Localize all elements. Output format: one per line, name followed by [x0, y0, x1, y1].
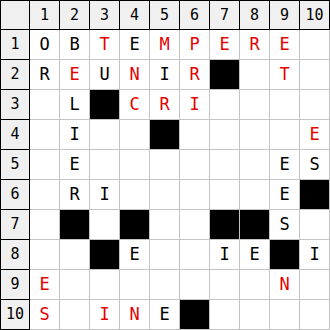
block-cell-r7c2: [60, 210, 90, 240]
cell-r1c4[interactable]: E: [120, 30, 150, 60]
col-header-8: 8: [240, 0, 270, 30]
cell-r2c2[interactable]: E: [60, 60, 90, 90]
cell-r3c5[interactable]: R: [150, 90, 180, 120]
row-header-4: 4: [0, 120, 30, 150]
cell-r4c3[interactable]: [90, 120, 120, 150]
cell-r6c5[interactable]: [150, 180, 180, 210]
row-header-3: 3: [0, 90, 30, 120]
cell-r8c1[interactable]: [30, 240, 60, 270]
row-header-9: 9: [0, 270, 30, 300]
cell-r8c6[interactable]: [180, 240, 210, 270]
cell-r9c10[interactable]: [300, 270, 330, 300]
col-header-2: 2: [60, 0, 90, 30]
cell-r5c2[interactable]: E: [60, 150, 90, 180]
cell-r5c4[interactable]: [120, 150, 150, 180]
cell-r6c3[interactable]: I: [90, 180, 120, 210]
corner-cell: [0, 0, 30, 30]
cell-r5c5[interactable]: [150, 150, 180, 180]
row-header-6: 6: [0, 180, 30, 210]
row-header-10: 10: [0, 300, 30, 330]
cell-r5c8[interactable]: [240, 150, 270, 180]
col-header-10: 10: [300, 0, 330, 30]
cell-r3c7[interactable]: [210, 90, 240, 120]
block-cell-r7c7: [210, 210, 240, 240]
cell-r2c4[interactable]: N: [120, 60, 150, 90]
cell-r4c1[interactable]: [30, 120, 60, 150]
cell-r1c3[interactable]: T: [90, 30, 120, 60]
block-cell-r8c3: [90, 240, 120, 270]
cell-r10c8[interactable]: [240, 300, 270, 330]
row-header-8: 8: [0, 240, 30, 270]
cell-r7c3[interactable]: [90, 210, 120, 240]
cell-r1c2[interactable]: B: [60, 30, 90, 60]
cell-r6c4[interactable]: [120, 180, 150, 210]
row-header-1: 1: [0, 30, 30, 60]
crossword-board: 123456789101OBTEMPERE2REUNIRT3LCRI4IE5EE…: [0, 0, 330, 330]
cell-r6c2[interactable]: R: [60, 180, 90, 210]
cell-r2c9[interactable]: T: [270, 60, 300, 90]
cell-r1c8[interactable]: R: [240, 30, 270, 60]
cell-r4c4[interactable]: [120, 120, 150, 150]
cell-r5c3[interactable]: [90, 150, 120, 180]
cell-r4c2[interactable]: I: [60, 120, 90, 150]
cell-r3c2[interactable]: L: [60, 90, 90, 120]
cell-r5c6[interactable]: [180, 150, 210, 180]
cell-r3c10[interactable]: [300, 90, 330, 120]
cell-r8c10[interactable]: I: [300, 240, 330, 270]
cell-r9c6[interactable]: [180, 270, 210, 300]
cell-r3c6[interactable]: I: [180, 90, 210, 120]
cell-r7c6[interactable]: [180, 210, 210, 240]
row-header-7: 7: [0, 210, 30, 240]
cell-r5c10[interactable]: S: [300, 150, 330, 180]
cell-r2c10[interactable]: [300, 60, 330, 90]
cell-r3c1[interactable]: [30, 90, 60, 120]
cell-r4c8[interactable]: [240, 120, 270, 150]
cell-r9c8[interactable]: [240, 270, 270, 300]
cell-r1c5[interactable]: M: [150, 30, 180, 60]
cell-r10c1[interactable]: S: [30, 300, 60, 330]
cell-r9c4[interactable]: [120, 270, 150, 300]
cell-r4c10[interactable]: E: [300, 120, 330, 150]
col-header-7: 7: [210, 0, 240, 30]
col-header-3: 3: [90, 0, 120, 30]
cell-r9c7[interactable]: [210, 270, 240, 300]
cell-r10c3[interactable]: I: [90, 300, 120, 330]
cell-r3c4[interactable]: C: [120, 90, 150, 120]
cell-r10c5[interactable]: E: [150, 300, 180, 330]
cell-r10c9[interactable]: [270, 300, 300, 330]
cell-r1c10[interactable]: [300, 30, 330, 60]
cell-r8c4[interactable]: E: [120, 240, 150, 270]
cell-r5c9[interactable]: E: [270, 150, 300, 180]
cell-r8c7[interactable]: I: [210, 240, 240, 270]
cell-r6c6[interactable]: [180, 180, 210, 210]
cell-r3c9[interactable]: [270, 90, 300, 120]
block-cell-r3c3: [90, 90, 120, 120]
cell-r7c5[interactable]: [150, 210, 180, 240]
block-cell-r7c8: [240, 210, 270, 240]
cell-r8c2[interactable]: [60, 240, 90, 270]
block-cell-r7c4: [120, 210, 150, 240]
col-header-4: 4: [120, 0, 150, 30]
col-header-9: 9: [270, 0, 300, 30]
cell-r6c1[interactable]: [30, 180, 60, 210]
cell-r6c9[interactable]: E: [270, 180, 300, 210]
cell-r9c2[interactable]: [60, 270, 90, 300]
cell-r1c1[interactable]: O: [30, 30, 60, 60]
cell-r7c9[interactable]: S: [270, 210, 300, 240]
cell-r8c5[interactable]: [150, 240, 180, 270]
cell-r1c7[interactable]: E: [210, 30, 240, 60]
col-header-1: 1: [30, 0, 60, 30]
block-cell-r8c9: [270, 240, 300, 270]
cell-r1c9[interactable]: E: [270, 30, 300, 60]
col-header-5: 5: [150, 0, 180, 30]
cell-r5c1[interactable]: [30, 150, 60, 180]
cell-r10c7[interactable]: [210, 300, 240, 330]
cell-r7c10[interactable]: [300, 210, 330, 240]
cell-r5c7[interactable]: [210, 150, 240, 180]
cell-r9c3[interactable]: [90, 270, 120, 300]
cell-r9c9[interactable]: N: [270, 270, 300, 300]
row-header-2: 2: [0, 60, 30, 90]
cell-r2c5[interactable]: I: [150, 60, 180, 90]
cell-r10c2[interactable]: [60, 300, 90, 330]
cell-r8c8[interactable]: E: [240, 240, 270, 270]
cell-r4c9[interactable]: [270, 120, 300, 150]
cell-r6c8[interactable]: [240, 180, 270, 210]
cell-r9c5[interactable]: [150, 270, 180, 300]
cell-r10c10[interactable]: [300, 300, 330, 330]
cell-r10c4[interactable]: N: [120, 300, 150, 330]
block-cell-r4c5: [150, 120, 180, 150]
col-header-6: 6: [180, 0, 210, 30]
cell-r7c1[interactable]: [30, 210, 60, 240]
block-cell-r6c10: [300, 180, 330, 210]
cell-r2c3[interactable]: U: [90, 60, 120, 90]
row-header-5: 5: [0, 150, 30, 180]
cell-r6c7[interactable]: [210, 180, 240, 210]
block-cell-r2c7: [210, 60, 240, 90]
block-cell-r10c6: [180, 300, 210, 330]
cell-r2c6[interactable]: R: [180, 60, 210, 90]
cell-r2c1[interactable]: R: [30, 60, 60, 90]
cell-r4c6[interactable]: [180, 120, 210, 150]
cell-r1c6[interactable]: P: [180, 30, 210, 60]
cell-r3c8[interactable]: [240, 90, 270, 120]
cell-r9c1[interactable]: E: [30, 270, 60, 300]
cell-r2c8[interactable]: [240, 60, 270, 90]
cell-r4c7[interactable]: [210, 120, 240, 150]
